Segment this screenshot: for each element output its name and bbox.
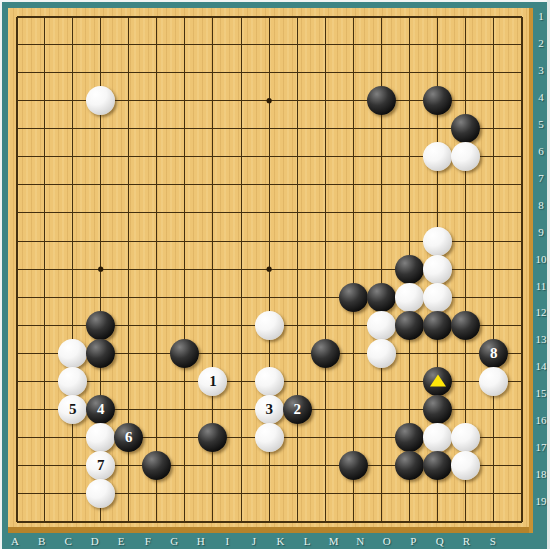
stone-M11-black (339, 283, 368, 312)
stone-E16-black: 6 (114, 423, 143, 452)
stone-N12-white (367, 311, 396, 340)
stone-O12-black (395, 311, 424, 340)
stone-D18-white (86, 479, 115, 508)
go-board[interactable]: 81543267 (0, 0, 550, 549)
stone-N13-white (367, 339, 396, 368)
stone-O11-white (395, 283, 424, 312)
stone-C15-white: 5 (58, 395, 87, 424)
stone-C13-white (58, 339, 87, 368)
stone-G13-black (170, 339, 199, 368)
stone-D15-black: 4 (86, 395, 115, 424)
stone-L13-black (311, 339, 340, 368)
stone-D17-white: 7 (86, 451, 115, 480)
move-number-label: 2 (283, 395, 312, 424)
stone-Q16-white (451, 423, 480, 452)
stone-Q17-white (451, 451, 480, 480)
outer-border-left (0, 0, 2, 549)
stone-H14-white: 1 (198, 367, 227, 396)
move-number-label: 1 (198, 367, 227, 396)
stone-P12-black (423, 311, 452, 340)
stone-F17-black (142, 451, 171, 480)
stone-P10-white (423, 255, 452, 284)
stone-P11-white (423, 283, 452, 312)
stone-O10-black (395, 255, 424, 284)
stone-Q6-white (451, 142, 480, 171)
stone-M17-black (339, 451, 368, 480)
move-number-label: 6 (114, 423, 143, 452)
stone-D4-white (86, 86, 115, 115)
stone-Q12-black (451, 311, 480, 340)
stone-P14-black (423, 367, 452, 396)
triangle-marker-icon (430, 375, 446, 387)
go-diagram-frame: 81543267 ABCDEFGHIJKLMNOPQRS123456789101… (0, 0, 550, 549)
stone-P9-white (423, 227, 452, 256)
stone-J16-white (255, 423, 284, 452)
stone-R14-white (479, 367, 508, 396)
stone-D12-black (86, 311, 115, 340)
stone-C14-white (58, 367, 87, 396)
stone-O16-black (395, 423, 424, 452)
stone-K15-black: 2 (283, 395, 312, 424)
stone-P15-black (423, 395, 452, 424)
outer-border-top (0, 0, 550, 2)
stone-N11-black (367, 283, 396, 312)
stone-R13-black: 8 (479, 339, 508, 368)
stone-D16-white (86, 423, 115, 452)
stone-P4-black (423, 86, 452, 115)
stone-N4-black (367, 86, 396, 115)
stone-Q5-black (451, 114, 480, 143)
move-number-label: 7 (86, 451, 115, 480)
stone-P17-black (423, 451, 452, 480)
stone-D13-black (86, 339, 115, 368)
stone-P16-white (423, 423, 452, 452)
stone-O17-black (395, 451, 424, 480)
stone-P6-white (423, 142, 452, 171)
move-number-label: 8 (479, 339, 508, 368)
move-number-label: 3 (255, 395, 284, 424)
stone-J14-white (255, 367, 284, 396)
stone-H16-black (198, 423, 227, 452)
move-number-label: 4 (86, 395, 115, 424)
move-number-label: 5 (58, 395, 87, 424)
stone-J15-white: 3 (255, 395, 284, 424)
stone-J12-white (255, 311, 284, 340)
